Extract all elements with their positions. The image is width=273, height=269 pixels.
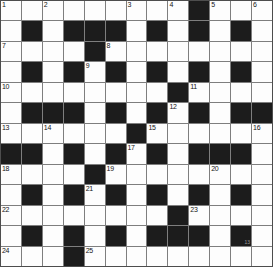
clue-number-13: 13 xyxy=(2,124,9,132)
white-cell-r6c3[interactable] xyxy=(64,124,84,143)
clue-number-1: 1 xyxy=(2,1,6,9)
white-cell-r1c10[interactable] xyxy=(210,21,230,40)
clue-number-4: 4 xyxy=(169,1,173,9)
black-cell-r5c9 xyxy=(189,103,209,122)
white-cell-r8c6[interactable] xyxy=(127,165,147,184)
black-cell-r8c4 xyxy=(85,165,105,184)
white-cell-r4c11[interactable] xyxy=(231,83,251,102)
clue-number-25: 25 xyxy=(86,247,93,255)
white-cell-r11c12[interactable] xyxy=(252,226,272,245)
white-cell-r4c0[interactable]: 10 xyxy=(1,83,21,102)
white-cell-r2c3[interactable] xyxy=(64,42,84,61)
clue-number-15: 15 xyxy=(148,124,155,132)
clue-number-7: 7 xyxy=(2,42,6,50)
white-cell-r10c9[interactable]: 23 xyxy=(189,206,209,225)
black-cell-r5c1 xyxy=(22,103,42,122)
white-cell-r12c9[interactable] xyxy=(189,247,209,266)
clue-number-9: 9 xyxy=(86,62,90,70)
white-cell-r6c8[interactable] xyxy=(168,124,188,143)
white-cell-r7c12[interactable] xyxy=(252,144,272,163)
black-cell-r5c7 xyxy=(147,103,167,122)
clue-number-22: 22 xyxy=(2,206,9,214)
white-cell-r8c2[interactable] xyxy=(43,165,63,184)
white-cell-r7c2[interactable] xyxy=(43,144,63,163)
white-cell-r2c0[interactable]: 7 xyxy=(1,42,21,61)
white-cell-r12c6[interactable] xyxy=(127,247,147,266)
white-cell-r3c4[interactable]: 9 xyxy=(85,62,105,81)
black-cell-r5c2 xyxy=(43,103,63,122)
clue-number-5: 5 xyxy=(211,1,215,9)
white-cell-r10c7[interactable] xyxy=(147,206,167,225)
white-cell-r12c5[interactable] xyxy=(106,247,126,266)
white-cell-r12c7[interactable] xyxy=(147,247,167,266)
black-cell-r11c3 xyxy=(64,226,84,245)
white-cell-r4c5[interactable] xyxy=(106,83,126,102)
black-cell-r1c9 xyxy=(189,21,209,40)
black-cell-r7c11 xyxy=(231,144,251,163)
white-cell-r9c10[interactable] xyxy=(210,185,230,204)
black-cell-r7c10 xyxy=(210,144,230,163)
black-cell-r3c1 xyxy=(22,62,42,81)
white-cell-r3c2[interactable] xyxy=(43,62,63,81)
black-cell-r11c7 xyxy=(147,226,167,245)
white-cell-r10c6[interactable] xyxy=(127,206,147,225)
white-cell-r0c2[interactable]: 2 xyxy=(43,1,63,20)
clue-number-11: 11 xyxy=(190,83,197,91)
white-cell-r5c6[interactable] xyxy=(127,103,147,122)
white-cell-r12c0[interactable]: 24 xyxy=(1,247,21,266)
white-cell-r6c4[interactable] xyxy=(85,124,105,143)
white-cell-r0c11[interactable] xyxy=(231,1,251,20)
white-cell-r8c11[interactable] xyxy=(231,165,251,184)
white-cell-r3c12[interactable] xyxy=(252,62,272,81)
clue-number-3: 3 xyxy=(128,1,132,9)
black-cell-r11c1 xyxy=(22,226,42,245)
black-cell-r7c7 xyxy=(147,144,167,163)
black-cell-r1c4 xyxy=(85,21,105,40)
white-cell-r10c10[interactable] xyxy=(210,206,230,225)
white-cell-r2c1[interactable] xyxy=(22,42,42,61)
black-cell-r9c11 xyxy=(231,185,251,204)
white-cell-r6c7[interactable]: 15 xyxy=(147,124,167,143)
white-cell-r12c10[interactable] xyxy=(210,247,230,266)
white-cell-r5c10[interactable] xyxy=(210,103,230,122)
black-cell-r7c5 xyxy=(106,144,126,163)
white-cell-r10c0[interactable]: 22 xyxy=(1,206,21,225)
black-cell-r9c9 xyxy=(189,185,209,204)
black-cell-r9c5 xyxy=(106,185,126,204)
white-cell-r10c4[interactable] xyxy=(85,206,105,225)
clue-number-18: 18 xyxy=(2,165,9,173)
black-cell-r7c9 xyxy=(189,144,209,163)
white-cell-r5c0[interactable] xyxy=(1,103,21,122)
clue-number-21: 21 xyxy=(86,185,93,193)
black-cell-r1c5 xyxy=(106,21,126,40)
white-cell-r12c1[interactable] xyxy=(22,247,42,266)
white-cell-r6c2[interactable]: 14 xyxy=(43,124,63,143)
white-cell-r6c0[interactable]: 13 xyxy=(1,124,21,143)
clue-number-23: 23 xyxy=(190,206,197,214)
white-cell-r4c2[interactable] xyxy=(43,83,63,102)
black-cell-r3c11 xyxy=(231,62,251,81)
white-cell-r6c1[interactable] xyxy=(22,124,42,143)
white-cell-r6c9[interactable] xyxy=(189,124,209,143)
white-cell-r0c5[interactable] xyxy=(106,1,126,20)
black-cell-r9c7 xyxy=(147,185,167,204)
black-cell-r11c9 xyxy=(189,226,209,245)
white-cell-r2c11[interactable] xyxy=(231,42,251,61)
black-cell-r11c11: 13 xyxy=(231,226,251,245)
white-cell-r6c5[interactable] xyxy=(106,124,126,143)
white-cell-r2c12[interactable] xyxy=(252,42,272,61)
clue-number-14: 14 xyxy=(44,124,51,132)
white-cell-r4c6[interactable] xyxy=(127,83,147,102)
black-cell-r0c9 xyxy=(189,1,209,20)
white-cell-r11c10[interactable] xyxy=(210,226,230,245)
black-cell-r1c3 xyxy=(64,21,84,40)
white-cell-r2c7[interactable] xyxy=(147,42,167,61)
white-cell-r8c5[interactable]: 19 xyxy=(106,165,126,184)
white-cell-r12c8[interactable] xyxy=(168,247,188,266)
clue-number-20: 20 xyxy=(211,165,218,173)
white-cell-r12c2[interactable] xyxy=(43,247,63,266)
clue-number-6: 6 xyxy=(253,1,257,9)
black-cell-r5c12 xyxy=(252,103,272,122)
white-cell-r11c4[interactable] xyxy=(85,226,105,245)
white-cell-r11c2[interactable] xyxy=(43,226,63,245)
white-cell-r0c12[interactable]: 6 xyxy=(252,1,272,20)
white-cell-r1c6[interactable] xyxy=(127,21,147,40)
white-cell-r8c1[interactable] xyxy=(22,165,42,184)
white-cell-r8c0[interactable]: 18 xyxy=(1,165,21,184)
black-cell-r4c8 xyxy=(168,83,188,102)
white-cell-r0c8[interactable]: 4 xyxy=(168,1,188,20)
white-cell-r2c9[interactable] xyxy=(189,42,209,61)
white-cell-r9c6[interactable] xyxy=(127,185,147,204)
white-cell-r4c12[interactable] xyxy=(252,83,272,102)
black-cell-r2c4 xyxy=(85,42,105,61)
white-cell-r7c8[interactable] xyxy=(168,144,188,163)
white-cell-r12c4[interactable]: 25 xyxy=(85,247,105,266)
white-cell-r8c8[interactable] xyxy=(168,165,188,184)
black-cell-r5c3 xyxy=(64,103,84,122)
clue-number-19: 19 xyxy=(107,165,114,173)
watermark: 13 xyxy=(245,240,251,245)
black-cell-r9c3 xyxy=(64,185,84,204)
black-cell-r6c6 xyxy=(127,124,147,143)
white-cell-r0c3[interactable] xyxy=(64,1,84,20)
white-cell-r10c12[interactable] xyxy=(252,206,272,225)
white-cell-r2c2[interactable] xyxy=(43,42,63,61)
white-cell-r11c6[interactable] xyxy=(127,226,147,245)
white-cell-r0c6[interactable]: 3 xyxy=(127,1,147,20)
black-cell-r12c3 xyxy=(64,247,84,266)
white-cell-r1c0[interactable] xyxy=(1,21,21,40)
black-cell-r1c11 xyxy=(231,21,251,40)
white-cell-r2c10[interactable] xyxy=(210,42,230,61)
white-cell-r0c0[interactable]: 1 xyxy=(1,1,21,20)
black-cell-r1c1 xyxy=(22,21,42,40)
clue-number-10: 10 xyxy=(2,83,9,91)
white-cell-r3c6[interactable] xyxy=(127,62,147,81)
white-cell-r2c5[interactable]: 8 xyxy=(106,42,126,61)
white-cell-r5c4[interactable] xyxy=(85,103,105,122)
white-cell-r10c1[interactable] xyxy=(22,206,42,225)
white-cell-r2c6[interactable] xyxy=(127,42,147,61)
white-cell-r8c12[interactable] xyxy=(252,165,272,184)
white-cell-r4c7[interactable] xyxy=(147,83,167,102)
clue-number-2: 2 xyxy=(44,1,48,9)
black-cell-r3c3 xyxy=(64,62,84,81)
black-cell-r7c0 xyxy=(1,144,21,163)
white-cell-r9c12[interactable] xyxy=(252,185,272,204)
white-cell-r9c2[interactable] xyxy=(43,185,63,204)
white-cell-r10c2[interactable] xyxy=(43,206,63,225)
white-cell-r8c10[interactable]: 20 xyxy=(210,165,230,184)
white-cell-r0c7[interactable] xyxy=(147,1,167,20)
white-cell-r8c3[interactable] xyxy=(64,165,84,184)
white-cell-r9c0[interactable] xyxy=(1,185,21,204)
white-cell-r1c2[interactable] xyxy=(43,21,63,40)
white-cell-r0c10[interactable]: 5 xyxy=(210,1,230,20)
white-cell-r3c0[interactable] xyxy=(1,62,21,81)
white-cell-r3c8[interactable] xyxy=(168,62,188,81)
clue-number-12: 12 xyxy=(169,103,176,111)
white-cell-r6c10[interactable] xyxy=(210,124,230,143)
white-cell-r10c5[interactable] xyxy=(106,206,126,225)
white-cell-r0c4[interactable] xyxy=(85,1,105,20)
white-cell-r12c11[interactable] xyxy=(231,247,251,266)
white-cell-r9c4[interactable]: 21 xyxy=(85,185,105,204)
clue-number-8: 8 xyxy=(107,42,111,50)
white-cell-r1c12[interactable] xyxy=(252,21,272,40)
white-cell-r8c9[interactable] xyxy=(189,165,209,184)
white-cell-r4c1[interactable] xyxy=(22,83,42,102)
white-cell-r4c4[interactable] xyxy=(85,83,105,102)
black-cell-r5c5 xyxy=(106,103,126,122)
clue-number-16: 16 xyxy=(253,124,260,132)
crossword-grid: 1234567891011121314151617181920212223132… xyxy=(0,0,273,267)
white-cell-r7c4[interactable] xyxy=(85,144,105,163)
white-cell-r1c8[interactable] xyxy=(168,21,188,40)
white-cell-r8c7[interactable] xyxy=(147,165,167,184)
black-cell-r1c7 xyxy=(147,21,167,40)
white-cell-r2c8[interactable] xyxy=(168,42,188,61)
white-cell-r12c12[interactable] xyxy=(252,247,272,266)
black-cell-r5c11 xyxy=(231,103,251,122)
white-cell-r3c10[interactable] xyxy=(210,62,230,81)
black-cell-r11c8 xyxy=(168,226,188,245)
white-cell-r6c11[interactable] xyxy=(231,124,251,143)
white-cell-r6c12[interactable]: 16 xyxy=(252,124,272,143)
white-cell-r4c10[interactable] xyxy=(210,83,230,102)
black-cell-r10c8 xyxy=(168,206,188,225)
white-cell-r4c9[interactable]: 11 xyxy=(189,83,209,102)
black-cell-r7c3 xyxy=(64,144,84,163)
white-cell-r10c11[interactable] xyxy=(231,206,251,225)
white-cell-r7c6[interactable]: 17 xyxy=(127,144,147,163)
black-cell-r3c9 xyxy=(189,62,209,81)
white-cell-r11c0[interactable] xyxy=(1,226,21,245)
black-cell-r9c1 xyxy=(22,185,42,204)
black-cell-r11c5 xyxy=(106,226,126,245)
clue-number-17: 17 xyxy=(128,144,135,152)
clue-number-24: 24 xyxy=(2,247,9,255)
black-cell-r3c7 xyxy=(147,62,167,81)
black-cell-r3c5 xyxy=(106,62,126,81)
white-cell-r9c8[interactable] xyxy=(168,185,188,204)
white-cell-r4c3[interactable] xyxy=(64,83,84,102)
white-cell-r0c1[interactable] xyxy=(22,1,42,20)
white-cell-r5c8[interactable]: 12 xyxy=(168,103,188,122)
black-cell-r7c1 xyxy=(22,144,42,163)
white-cell-r10c3[interactable] xyxy=(64,206,84,225)
